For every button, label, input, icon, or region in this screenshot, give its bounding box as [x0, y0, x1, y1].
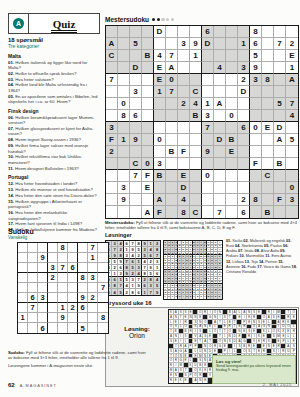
cell-r10c11: B: [226, 134, 238, 146]
cell-r4c9: [98, 273, 108, 283]
cell-r7c3: [130, 98, 142, 110]
cell-r9c15: D: [274, 122, 286, 134]
cell-r13c3: 7: [130, 170, 142, 182]
cell-r3c8: 1: [190, 50, 202, 62]
cell-r4c10: 4: [214, 62, 226, 74]
cell-r6c1: [18, 293, 28, 303]
cell-r7c14: [262, 98, 274, 110]
cell-r9c14: E: [262, 122, 274, 134]
quiz-title: Quiz: [29, 18, 99, 30]
cell-r1c2: [118, 26, 130, 38]
cell-r3c11: [226, 50, 238, 62]
cell-r14c14: [262, 182, 274, 194]
cell-r10c5: 0: [154, 134, 166, 146]
cell-r2c1: [18, 253, 28, 263]
cell-r4c1: [106, 62, 118, 74]
cell-r5c9: [202, 74, 214, 86]
cell-r7c7: 6: [78, 303, 88, 313]
cell-r4c5: [58, 273, 68, 283]
cell-r1c13: 8: [250, 26, 262, 38]
cell-r9c6: [68, 323, 78, 333]
cell-r11c3: [130, 146, 142, 158]
cell-r2c13: 6: [250, 38, 262, 50]
cell-r10c9: [202, 134, 214, 146]
cell-r8c8: [88, 313, 98, 323]
cell-r14c15: [274, 182, 286, 194]
cell-r4c3: [38, 273, 48, 283]
cell-r10c2: 1: [118, 134, 130, 146]
cell-r7c13: [250, 98, 262, 110]
cell-r16c4: A: [142, 206, 154, 218]
cell-r14c5: [154, 182, 166, 194]
cell-r13c10: [214, 170, 226, 182]
cell-r2c9: [98, 253, 108, 263]
cell-r9c2: [118, 122, 130, 134]
cell-r2c5: [154, 38, 166, 50]
cell-r3c5: 7: [58, 263, 68, 273]
cell-r12c11: [226, 158, 238, 170]
cell-r2c6: [68, 253, 78, 263]
cell-r10c7: [178, 134, 190, 146]
cell-r10c8: [190, 134, 202, 146]
cell-r15c7: 4: [178, 194, 190, 206]
quiz-category-malta: Malta: [8, 53, 100, 59]
cell-r7c3: [38, 303, 48, 313]
quiz-header-box: A Quiz: [8, 13, 100, 34]
sudoku-grid: 879137628376392712619865: [17, 242, 109, 334]
cell-r1c8: [190, 26, 202, 38]
cell-r8c4: [48, 313, 58, 323]
cell-r5c6: 0: [166, 74, 178, 86]
cell-r15c2: 9: [118, 194, 130, 206]
cell-r1c16: [286, 26, 298, 38]
cell-r9c12: 6: [238, 122, 250, 134]
cell-r12c9: [202, 158, 214, 170]
cell-r1c1: [106, 26, 118, 38]
cell-r3c8: [88, 263, 98, 273]
cell-r2c15: 7: [274, 38, 286, 50]
cell-r15c10: [214, 194, 226, 206]
kryssord-promo-box: Løs og vinn! Send løsningsordet på ukens…: [212, 355, 296, 384]
cell-r15c13: 8: [250, 194, 262, 206]
cell-r9c9: 7: [202, 122, 214, 134]
cell-r9c9: 9: [154, 289, 160, 295]
quiz-question: 02. Hvilke to offisielle språk brukes?: [8, 71, 100, 76]
cell-r4c2: [118, 62, 130, 74]
cell-r2c3: 5: [130, 38, 142, 50]
cell-r9c10: [214, 122, 226, 134]
quiz-question: 01. Hvilken italiensk øy ligger like nor…: [8, 60, 100, 71]
cell-r2c8: 1: [88, 253, 98, 263]
cell-r16c6: [166, 206, 178, 218]
cell-r16c16: E: [218, 295, 222, 299]
cell-r9c7: 5: [78, 323, 88, 333]
cell-r3c4: B: [142, 50, 154, 62]
cell-r1c1: [18, 243, 28, 253]
cell-r6c5: [58, 293, 68, 303]
cell-r8c1: 1: [18, 313, 28, 323]
solutions-title: Løsninger: [105, 232, 132, 238]
cell-r10c14: [262, 134, 274, 146]
cell-r8c5: [154, 110, 166, 122]
cell-r2c10: [214, 38, 226, 50]
cell-r2c1: A: [106, 38, 118, 50]
cell-r4c11: [226, 62, 238, 74]
cell-r8c14: [262, 110, 274, 122]
cell-r7c4: [142, 98, 154, 110]
cell-r11c1: 2: [106, 146, 118, 158]
cell-r4c7: 8: [78, 273, 88, 283]
quiz-question: 14. Hva heter den søte vinen fra Douro-d…: [8, 193, 100, 198]
cell-r8c11: 0: [226, 110, 238, 122]
cell-r4c4: [142, 62, 154, 74]
cell-r2c14: [262, 38, 274, 50]
cell-r9c4: [48, 323, 58, 333]
difficulty-dot: [161, 18, 164, 21]
cell-r10c1: F: [106, 134, 118, 146]
cell-r11c12: [238, 146, 250, 158]
cell-r9c3: 6: [38, 323, 48, 333]
cell-r16c10: 7: [214, 206, 226, 218]
cell-r14c13: [250, 182, 262, 194]
cell-r2c2: [28, 253, 38, 263]
cell-r7c16: 7: [286, 98, 298, 110]
cell-r1c10: [214, 26, 226, 38]
cell-r16c12: 6: [238, 206, 250, 218]
sudoku-solution-grid: 5346789126721953481983425678597614234268…: [105, 240, 161, 296]
cell-r1c5: 8: [58, 243, 68, 253]
mestersudoku-header: Mestersudoku: [105, 16, 174, 23]
cell-r9c2: [28, 323, 38, 333]
cell-r7c2: 0: [118, 98, 130, 110]
cell-r15c16: 3: [286, 194, 298, 206]
cell-r14c1: [106, 182, 118, 194]
cell-r9c6: [166, 122, 178, 134]
cell-r16c13: [250, 206, 262, 218]
cell-r14c16: 0: [286, 182, 298, 194]
cell-r10c15: A: [274, 134, 286, 146]
cell-r4c1: [18, 273, 28, 283]
cell-r6c7: 9: [78, 293, 88, 303]
cell-r16c16: [286, 206, 298, 218]
cell-r16c3: [130, 206, 142, 218]
cell-r4c16: 1: [286, 62, 298, 74]
sudoku-header: Sudoku Vanskelig: [8, 228, 34, 240]
cell-r13c9: 0: [202, 170, 214, 182]
solutions-next-week-note: Løsningene kommer i A-magasinet neste uk…: [8, 363, 146, 368]
cell-r5c13: 3: [250, 74, 262, 86]
cell-r13c14: C: [262, 170, 274, 182]
cell-r9c3: [130, 122, 142, 134]
cell-r2c16: 2: [286, 38, 298, 50]
cell-r5c2: [118, 74, 130, 86]
cell-r13c8: [190, 170, 202, 182]
cell-r5c11: [226, 74, 238, 86]
cell-r3c7: [178, 50, 190, 62]
cell-r12c12: [238, 158, 250, 170]
cell-r1c8: 7: [88, 243, 98, 253]
cell-r5c14: 8: [262, 74, 274, 86]
cell-r11c16: [286, 146, 298, 158]
cell-r16c7: 8: [178, 206, 190, 218]
cell-r11c8: [190, 146, 202, 158]
cell-r6c12: D: [238, 86, 250, 98]
cell-r15c12: 2: [238, 194, 250, 206]
cell-r15c9: [202, 194, 214, 206]
cell-r14c11: [226, 182, 238, 194]
cell-r2c7: 3: [178, 38, 190, 50]
cell-r16c8: C: [190, 206, 202, 218]
cell-r3c1: [18, 263, 28, 273]
quiz-category-finsk-design: Finsk design: [8, 108, 100, 114]
cell-r4c15: [274, 62, 286, 74]
cell-r3c10: [214, 50, 226, 62]
cell-r16c5: F: [154, 206, 166, 218]
cell-r12c3: C: [130, 158, 142, 170]
cell-r9c9: [98, 323, 108, 333]
cell-r1c3: [38, 243, 48, 253]
cell-r6c14: [262, 86, 274, 98]
cell-r8c6: [166, 110, 178, 122]
cell-r7c6: [166, 98, 178, 110]
cell-r1c4: [48, 243, 58, 253]
cell-r12c1: [106, 158, 118, 170]
cell-r5c5: [58, 283, 68, 293]
cell-r8c3: [38, 313, 48, 323]
cell-r10c12: [238, 134, 250, 146]
cell-r13c13: [250, 170, 262, 182]
kryssord-solution-answer: Orion: [110, 332, 164, 339]
cell-r8c7: [78, 313, 88, 323]
cell-r14c8: [190, 182, 202, 194]
cell-r6c8: 2: [88, 293, 98, 303]
cell-r15c5: A: [154, 194, 166, 206]
cell-r8c15: [274, 110, 286, 122]
cell-r1c12: [238, 26, 250, 38]
cell-r16c1: [106, 206, 118, 218]
cell-r6c4: [142, 86, 154, 98]
cell-r11c7: F: [178, 146, 190, 158]
quiz-question: 17. Hvem fant sjøveien til India i 1498?: [8, 221, 100, 226]
cell-r4c5: E: [154, 62, 166, 74]
cell-r1c3: [130, 26, 142, 38]
cell-r3c1: C: [106, 50, 118, 62]
cell-r11c2: [118, 146, 130, 158]
quiz-question: 09. Hvilket firma lager sakser med orans…: [8, 143, 100, 154]
cell-r3c6: 7: [166, 50, 178, 62]
cell-r7c15: 5: [274, 98, 286, 110]
quiz-question: 10. Hvilket tekstilfirma står bak Unikko…: [8, 154, 100, 165]
cell-r11c5: [154, 146, 166, 158]
difficulty-dots: [152, 18, 174, 21]
cell-r12c4: 0: [142, 158, 154, 170]
cell-r12c8: [190, 158, 202, 170]
cell-r9c8: [88, 323, 98, 333]
cell-r6c16: [286, 86, 298, 98]
cell-r8c7: [178, 110, 190, 122]
cell-r10c13: [250, 134, 262, 146]
cell-r1c7: [78, 243, 88, 253]
cell-r6c5: 1: [154, 86, 166, 98]
quiz-question: 06. Hvilken keramikkprodusent lager Mumm…: [8, 115, 100, 126]
cell-r4c3: D: [130, 62, 142, 74]
cell-r5c1: [18, 283, 28, 293]
quiz-question: 08. Hvem tegnet Savoy-vasen i 1936?: [8, 137, 100, 142]
cell-r1c6: [166, 26, 178, 38]
difficulty-dot: [166, 18, 169, 21]
magazine-name: A-MAGASINET: [20, 384, 57, 388]
cell-r7c2: 7: [28, 303, 38, 313]
cell-r7c12: [238, 98, 250, 110]
cell-r1c5: D: [154, 26, 166, 38]
cell-r5c7: [178, 74, 190, 86]
cell-r3c5: 4: [154, 50, 166, 62]
cell-r8c9: 8: [98, 313, 108, 323]
cell-r8c4: [142, 110, 154, 122]
cell-r7c4: [48, 303, 58, 313]
cell-r10c6: [166, 134, 178, 146]
cell-r6c11: [226, 86, 238, 98]
cell-r1c4: [142, 26, 154, 38]
cell-r11c15: [274, 146, 286, 158]
cell-r2c5: [58, 253, 68, 263]
mestersudoku-grid: D68A539D1672CB4715EDEA43917E0238A317CD02…: [105, 25, 299, 219]
cell-r5c4: [142, 74, 154, 86]
cell-r12c10: [214, 158, 226, 170]
cell-r1c9: [98, 243, 108, 253]
cell-r5c1: 7: [106, 74, 118, 86]
cell-r7c1: [18, 303, 28, 313]
cell-r13c1: [106, 170, 118, 182]
cell-r15c4: [142, 194, 154, 206]
cell-r6c3: 3: [130, 86, 142, 98]
cell-r11c6: B: [166, 146, 178, 158]
cell-r6c10: [214, 86, 226, 98]
cell-r6c9: [98, 293, 108, 303]
cell-r8c6: [68, 313, 78, 323]
cell-r9c7: [178, 122, 190, 134]
cell-r5c6: [68, 283, 78, 293]
cell-r5c3: [130, 74, 142, 86]
quiz-subtitle-categories: Tre kategorier: [8, 43, 100, 49]
quiz-question: 05. En av apostlene som omtales i Bibele…: [8, 94, 100, 105]
cell-r4c2: [28, 273, 38, 283]
cell-r9c16: [286, 122, 298, 134]
cell-r11c13: [250, 146, 262, 158]
cell-r7c11: [226, 98, 238, 110]
cell-r8c2: [28, 313, 38, 323]
cell-r6c2: 6: [28, 293, 38, 303]
cell-r15c11: [226, 194, 238, 206]
cell-r8c16: 4: [286, 110, 298, 122]
cell-r5c5: E: [154, 74, 166, 86]
quiz-question: 11. Hvem designet Ballstolen i 1963?: [8, 166, 100, 171]
sudoku-caption: Sudoku: Fyll ut feltene slik at de vannr…: [8, 350, 146, 368]
cell-r5c3: [38, 283, 48, 293]
magazine-logo-icon: A: [9, 14, 29, 33]
quiz-question: 13. Hvilken elv munner ut ved hovedstade…: [8, 187, 100, 192]
cell-r3c9: [98, 263, 108, 273]
quiz-question: 04. Hvilket land ble Malta selvstendig f…: [8, 82, 100, 93]
cell-r10c10: D: [214, 134, 226, 146]
mestersudoku-solution-grid: 0123456789ABCDEF456789ABCDEF012389ABCDEF…: [163, 240, 223, 300]
sudoku-title: Sudoku: [8, 228, 34, 235]
cell-r8c10: [214, 110, 226, 122]
cell-r6c3: 3: [38, 293, 48, 303]
cell-r14c9: [202, 182, 214, 194]
cell-r3c16: E: [286, 50, 298, 62]
cell-r4c9: [202, 62, 214, 74]
cell-r13c6: [166, 170, 178, 182]
cell-r12c6: [166, 158, 178, 170]
cell-r9c5: [154, 122, 166, 134]
cell-r15c3: [130, 194, 142, 206]
cell-r12c13: F: [250, 158, 262, 170]
cell-r3c4: 3: [48, 263, 58, 273]
magazine-puzzle-page: A Quiz 18 spørsmål Tre kategorier Malta0…: [0, 0, 300, 397]
cell-r3c2: [118, 50, 130, 62]
cell-r15c8: [190, 194, 202, 206]
cell-r8c13: [250, 110, 262, 122]
cell-r12c2: [118, 158, 130, 170]
cell-r3c3: [130, 50, 142, 62]
mestersudoku-caption: Mestersudoku: Fyll ut feltene slik at de…: [105, 220, 297, 231]
cell-r6c6: 7: [166, 86, 178, 98]
page-number: 62: [8, 382, 15, 388]
cell-r7c8: [88, 303, 98, 313]
cell-r6c15: [274, 86, 286, 98]
cell-r16c11: [226, 206, 238, 218]
cell-r9c13: 0: [250, 122, 262, 134]
cell-r2c12: 1: [238, 38, 250, 50]
cell-r16c9: [202, 206, 214, 218]
cell-r4c14: [262, 62, 274, 74]
cell-r16c2: [118, 206, 130, 218]
cell-r4c12: 3: [238, 62, 250, 74]
cell-r1c15: [274, 26, 286, 38]
cell-r4c4: 2: [48, 273, 58, 283]
cell-r2c8: 9: [190, 38, 202, 50]
cell-r14c6: [166, 182, 178, 194]
cell-r4c7: [178, 62, 190, 74]
difficulty-dot: [152, 18, 155, 21]
logo-disc: A: [13, 18, 24, 29]
cell-r9c5: [58, 323, 68, 333]
cell-r7c8: 4: [190, 98, 202, 110]
cell-r1c6: [68, 243, 78, 253]
cell-r7c7: 2: [178, 98, 190, 110]
cell-r3c15: [274, 50, 286, 62]
cell-r9c1: [18, 323, 28, 333]
cell-r12c16: [286, 158, 298, 170]
cell-r13c16: [286, 170, 298, 182]
cell-r5c2: [28, 283, 38, 293]
cell-r5c15: [274, 74, 286, 86]
cell-r8c1: [106, 110, 118, 122]
cell-r10c4: [142, 134, 154, 146]
cell-r1c14: [262, 26, 274, 38]
quiz-question: 15. Hvilken øygruppe i Atlanterhavet er …: [8, 199, 100, 210]
cell-r1c11: [226, 26, 238, 38]
mestersudoku-title: Mestersudoku: [105, 16, 149, 23]
cell-r5c10: [214, 74, 226, 86]
cell-r14c4: E: [142, 182, 154, 194]
cell-r6c4: [48, 293, 58, 303]
cell-r5c7: [78, 283, 88, 293]
cell-r2c11: [226, 38, 238, 50]
cell-r7c10: A: [214, 98, 226, 110]
cell-r7c5: [154, 98, 166, 110]
